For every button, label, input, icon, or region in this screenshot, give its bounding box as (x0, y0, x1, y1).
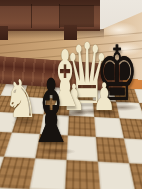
cabinet-recess (60, 5, 94, 27)
cabinet-leg (0, 26, 8, 40)
cabinet-door-seam (31, 4, 32, 28)
white-pawn-piece[interactable]: ♟ (92, 80, 115, 115)
square-b6[interactable] (120, 118, 142, 140)
black-bishop-piece[interactable]: ♝ (27, 72, 74, 153)
square-d4[interactable] (65, 160, 100, 189)
chess-photo-scene: ♞♝♝♟♛♟♚ (0, 0, 142, 189)
